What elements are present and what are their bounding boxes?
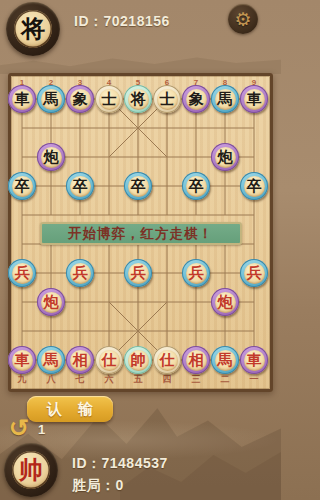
piece-character: 兵 bbox=[73, 266, 88, 281]
piece-face: 仕 bbox=[157, 350, 178, 371]
piece-face: 車 bbox=[244, 89, 265, 110]
piece-red-炮[interactable]: 炮 bbox=[211, 288, 239, 316]
piece-face: 炮 bbox=[215, 147, 236, 168]
piece-red-兵[interactable]: 兵 bbox=[240, 259, 268, 287]
piece-character: 炮 bbox=[218, 150, 233, 165]
mountain-ridge-top bbox=[0, 52, 281, 74]
piece-character: 仕 bbox=[160, 353, 175, 368]
piece-black-士[interactable]: 士 bbox=[95, 85, 123, 113]
settings-button[interactable]: ⚙ bbox=[228, 4, 258, 34]
piece-character: 兵 bbox=[189, 266, 204, 281]
piece-red-炮[interactable]: 炮 bbox=[37, 288, 65, 316]
undo-clock-icon: ↺ bbox=[7, 417, 31, 441]
piece-red-車[interactable]: 車 bbox=[240, 346, 268, 374]
piece-character: 車 bbox=[247, 353, 262, 368]
piece-character: 卒 bbox=[189, 179, 204, 194]
piece-face: 兵 bbox=[70, 263, 91, 284]
piece-face: 士 bbox=[157, 89, 178, 110]
piece-face: 炮 bbox=[41, 147, 62, 168]
piece-face: 相 bbox=[186, 350, 207, 371]
file-number-bottom: 六 bbox=[105, 375, 114, 384]
player-avatar-badge: 帅 bbox=[4, 443, 58, 497]
turn-banner: 开始博弈，红方走棋！ bbox=[40, 222, 242, 245]
piece-face: 馬 bbox=[41, 89, 62, 110]
piece-character: 炮 bbox=[44, 295, 59, 310]
file-number-bottom: 四 bbox=[163, 375, 172, 384]
piece-character: 象 bbox=[189, 92, 204, 107]
piece-character: 仕 bbox=[102, 353, 117, 368]
file-number-bottom: 一 bbox=[250, 375, 259, 384]
piece-red-兵[interactable]: 兵 bbox=[124, 259, 152, 287]
piece-face: 帥 bbox=[128, 350, 149, 371]
piece-face: 炮 bbox=[215, 292, 236, 313]
piece-black-卒[interactable]: 卒 bbox=[182, 172, 210, 200]
piece-red-仕[interactable]: 仕 bbox=[153, 346, 181, 374]
piece-character: 象 bbox=[73, 92, 88, 107]
black-general-badge: 将 bbox=[14, 10, 52, 48]
piece-black-馬[interactable]: 馬 bbox=[37, 85, 65, 113]
file-number-bottom: 八 bbox=[47, 375, 56, 384]
piece-red-帥[interactable]: 帥 bbox=[124, 346, 152, 374]
piece-face: 仕 bbox=[99, 350, 120, 371]
piece-character: 相 bbox=[189, 353, 204, 368]
piece-face: 車 bbox=[244, 350, 265, 371]
piece-face: 卒 bbox=[128, 176, 149, 197]
red-general-badge: 帅 bbox=[12, 451, 50, 489]
file-number-bottom: 五 bbox=[134, 375, 143, 384]
piece-character: 車 bbox=[15, 92, 30, 107]
piece-black-炮[interactable]: 炮 bbox=[211, 143, 239, 171]
piece-red-相[interactable]: 相 bbox=[182, 346, 210, 374]
piece-red-馬[interactable]: 馬 bbox=[37, 346, 65, 374]
piece-black-象[interactable]: 象 bbox=[182, 85, 210, 113]
piece-red-兵[interactable]: 兵 bbox=[66, 259, 94, 287]
file-number-bottom: 九 bbox=[18, 375, 27, 384]
piece-character: 馬 bbox=[44, 353, 59, 368]
opponent-avatar-badge: 将 bbox=[6, 2, 60, 56]
file-number-bottom: 二 bbox=[221, 375, 230, 384]
piece-face: 兵 bbox=[186, 263, 207, 284]
xiangqi-board[interactable]: 123456789 九八七六五四三二一 車馬象士将士象馬車炮炮卒卒卒卒卒兵兵兵兵… bbox=[8, 73, 273, 392]
piece-red-相[interactable]: 相 bbox=[66, 346, 94, 374]
resign-button-label: 认 输 bbox=[41, 400, 99, 419]
piece-red-兵[interactable]: 兵 bbox=[8, 259, 36, 287]
piece-black-馬[interactable]: 馬 bbox=[211, 85, 239, 113]
piece-face: 馬 bbox=[41, 350, 62, 371]
piece-black-炮[interactable]: 炮 bbox=[37, 143, 65, 171]
piece-character: 兵 bbox=[247, 266, 262, 281]
piece-face: 卒 bbox=[12, 176, 33, 197]
piece-character: 馬 bbox=[218, 92, 233, 107]
player-id: ID：71484537 bbox=[72, 455, 168, 473]
gear-icon: ⚙ bbox=[234, 10, 251, 29]
piece-character: 車 bbox=[15, 353, 30, 368]
file-number-bottom: 三 bbox=[192, 375, 201, 384]
piece-red-馬[interactable]: 馬 bbox=[211, 346, 239, 374]
undo-count: 1 bbox=[38, 422, 45, 437]
piece-face: 士 bbox=[99, 89, 120, 110]
piece-character: 車 bbox=[247, 92, 262, 107]
piece-character: 士 bbox=[102, 92, 117, 107]
piece-black-卒[interactable]: 卒 bbox=[240, 172, 268, 200]
piece-red-兵[interactable]: 兵 bbox=[182, 259, 210, 287]
undo-counter[interactable]: ↺ 1 bbox=[7, 417, 45, 441]
piece-character: 炮 bbox=[44, 150, 59, 165]
piece-character: 卒 bbox=[15, 179, 30, 194]
piece-character: 将 bbox=[131, 92, 146, 107]
piece-face: 兵 bbox=[12, 263, 33, 284]
piece-character: 卒 bbox=[73, 179, 88, 194]
piece-face: 卒 bbox=[244, 176, 265, 197]
piece-character: 卒 bbox=[131, 179, 146, 194]
turn-banner-text: 开始博弈，红方走棋！ bbox=[68, 225, 213, 243]
piece-character: 帥 bbox=[131, 353, 146, 368]
piece-character: 馬 bbox=[44, 92, 59, 107]
opponent-id: ID：70218156 bbox=[74, 13, 170, 31]
piece-black-象[interactable]: 象 bbox=[66, 85, 94, 113]
piece-face: 象 bbox=[70, 89, 91, 110]
piece-face: 象 bbox=[186, 89, 207, 110]
piece-character: 士 bbox=[160, 92, 175, 107]
piece-face: 馬 bbox=[215, 350, 236, 371]
piece-character: 兵 bbox=[131, 266, 146, 281]
file-number-bottom: 七 bbox=[76, 375, 85, 384]
piece-face: 車 bbox=[12, 350, 33, 371]
piece-character: 卒 bbox=[247, 179, 262, 194]
piece-face: 将 bbox=[128, 89, 149, 110]
piece-character: 馬 bbox=[218, 353, 233, 368]
piece-red-車[interactable]: 車 bbox=[8, 346, 36, 374]
piece-face: 相 bbox=[70, 350, 91, 371]
piece-face: 卒 bbox=[70, 176, 91, 197]
piece-face: 車 bbox=[12, 89, 33, 110]
piece-face: 卒 bbox=[186, 176, 207, 197]
piece-character: 炮 bbox=[218, 295, 233, 310]
player-wins: 胜局：0 bbox=[72, 477, 124, 495]
piece-black-車[interactable]: 車 bbox=[8, 85, 36, 113]
piece-face: 炮 bbox=[41, 292, 62, 313]
piece-face: 兵 bbox=[128, 263, 149, 284]
piece-black-士[interactable]: 士 bbox=[153, 85, 181, 113]
piece-face: 馬 bbox=[215, 89, 236, 110]
piece-black-将[interactable]: 将 bbox=[124, 85, 152, 113]
piece-red-仕[interactable]: 仕 bbox=[95, 346, 123, 374]
piece-black-卒[interactable]: 卒 bbox=[124, 172, 152, 200]
piece-character: 兵 bbox=[15, 266, 30, 281]
piece-black-卒[interactable]: 卒 bbox=[8, 172, 36, 200]
piece-face: 兵 bbox=[244, 263, 265, 284]
piece-black-車[interactable]: 車 bbox=[240, 85, 268, 113]
piece-character: 相 bbox=[73, 353, 88, 368]
piece-black-卒[interactable]: 卒 bbox=[66, 172, 94, 200]
